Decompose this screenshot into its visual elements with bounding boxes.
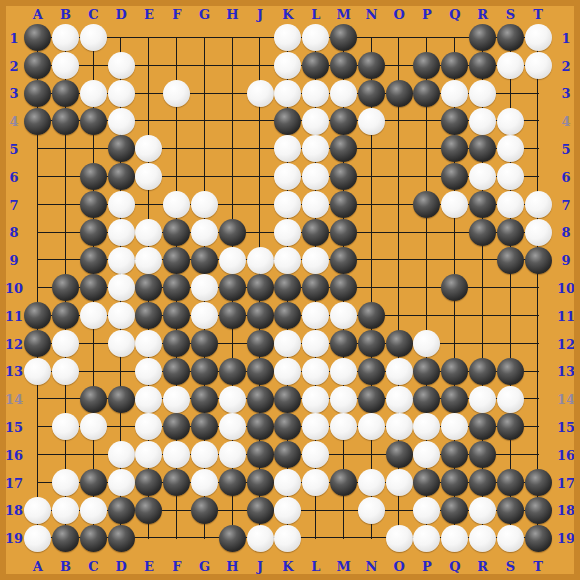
- board-intersection[interactable]: [302, 163, 330, 191]
- board-intersection[interactable]: [52, 524, 80, 552]
- board-intersection[interactable]: [385, 496, 413, 524]
- board-intersection[interactable]: [441, 302, 469, 330]
- board-intersection[interactable]: [191, 302, 219, 330]
- board-intersection[interactable]: [52, 413, 80, 441]
- board-intersection[interactable]: [52, 469, 80, 497]
- board-intersection[interactable]: [274, 274, 302, 302]
- board-intersection[interactable]: [218, 357, 246, 385]
- board-intersection[interactable]: [496, 107, 524, 135]
- board-intersection[interactable]: [274, 524, 302, 552]
- board-intersection[interactable]: [302, 274, 330, 302]
- board-intersection[interactable]: [79, 357, 107, 385]
- board-intersection[interactable]: [135, 218, 163, 246]
- board-intersection[interactable]: [191, 135, 219, 163]
- board-intersection[interactable]: [218, 385, 246, 413]
- board-intersection[interactable]: [24, 52, 52, 80]
- board-intersection[interactable]: [385, 52, 413, 80]
- board-intersection[interactable]: [469, 302, 497, 330]
- board-intersection[interactable]: [24, 413, 52, 441]
- board-intersection[interactable]: [441, 191, 469, 219]
- board-intersection[interactable]: [163, 524, 191, 552]
- board-intersection[interactable]: [385, 385, 413, 413]
- board-intersection[interactable]: [330, 107, 358, 135]
- board-intersection[interactable]: [52, 357, 80, 385]
- board-intersection[interactable]: [107, 330, 135, 358]
- board-intersection[interactable]: [191, 79, 219, 107]
- board-intersection[interactable]: [246, 441, 274, 469]
- board-intersection[interactable]: [413, 218, 441, 246]
- board-intersection[interactable]: [135, 385, 163, 413]
- board-intersection[interactable]: [163, 302, 191, 330]
- board-intersection[interactable]: [52, 302, 80, 330]
- board-intersection[interactable]: [246, 107, 274, 135]
- board-intersection[interactable]: [385, 107, 413, 135]
- board-intersection[interactable]: [385, 524, 413, 552]
- board-intersection[interactable]: [441, 218, 469, 246]
- board-intersection[interactable]: [469, 79, 497, 107]
- board-intersection[interactable]: [191, 218, 219, 246]
- board-intersection[interactable]: [79, 24, 107, 52]
- board-intersection[interactable]: [163, 413, 191, 441]
- board-intersection[interactable]: [496, 441, 524, 469]
- board-intersection[interactable]: [524, 413, 552, 441]
- board-intersection[interactable]: [357, 330, 385, 358]
- board-intersection[interactable]: [524, 246, 552, 274]
- board-intersection[interactable]: [191, 385, 219, 413]
- board-intersection[interactable]: [441, 357, 469, 385]
- board-intersection[interactable]: [246, 524, 274, 552]
- board-intersection[interactable]: [524, 274, 552, 302]
- board-intersection[interactable]: [218, 52, 246, 80]
- board-intersection[interactable]: [107, 52, 135, 80]
- board-intersection[interactable]: [413, 274, 441, 302]
- board-intersection[interactable]: [52, 218, 80, 246]
- board-intersection[interactable]: [107, 191, 135, 219]
- board-intersection[interactable]: [24, 135, 52, 163]
- board-intersection[interactable]: [135, 413, 163, 441]
- board-intersection[interactable]: [469, 441, 497, 469]
- board-intersection[interactable]: [52, 246, 80, 274]
- board-intersection[interactable]: [274, 79, 302, 107]
- board-intersection[interactable]: [52, 496, 80, 524]
- board-intersection[interactable]: [218, 191, 246, 219]
- board-intersection[interactable]: [302, 385, 330, 413]
- board-intersection[interactable]: [135, 357, 163, 385]
- board-intersection[interactable]: [246, 357, 274, 385]
- board-intersection[interactable]: [441, 24, 469, 52]
- board-intersection[interactable]: [302, 469, 330, 497]
- board-intersection[interactable]: [441, 496, 469, 524]
- board-intersection[interactable]: [246, 163, 274, 191]
- board-intersection[interactable]: [357, 79, 385, 107]
- board-intersection[interactable]: [413, 357, 441, 385]
- board-intersection[interactable]: [52, 330, 80, 358]
- board-intersection[interactable]: [246, 24, 274, 52]
- board-intersection[interactable]: [135, 52, 163, 80]
- board-intersection[interactable]: [24, 107, 52, 135]
- board-intersection[interactable]: [218, 469, 246, 497]
- board-intersection[interactable]: [413, 413, 441, 441]
- board-intersection[interactable]: [413, 163, 441, 191]
- board-intersection[interactable]: [79, 385, 107, 413]
- board-intersection[interactable]: [107, 163, 135, 191]
- board-intersection[interactable]: [413, 496, 441, 524]
- board-intersection[interactable]: [441, 330, 469, 358]
- board-intersection[interactable]: [274, 163, 302, 191]
- board-intersection[interactable]: [79, 441, 107, 469]
- board-intersection[interactable]: [135, 107, 163, 135]
- board-intersection[interactable]: [218, 24, 246, 52]
- board-intersection[interactable]: [385, 357, 413, 385]
- board-intersection[interactable]: [496, 24, 524, 52]
- board-intersection[interactable]: [135, 246, 163, 274]
- board-intersection[interactable]: [524, 469, 552, 497]
- board-intersection[interactable]: [79, 52, 107, 80]
- board-intersection[interactable]: [218, 524, 246, 552]
- board-intersection[interactable]: [302, 246, 330, 274]
- board-intersection[interactable]: [441, 469, 469, 497]
- board-intersection[interactable]: [274, 135, 302, 163]
- board-intersection[interactable]: [191, 246, 219, 274]
- board-intersection[interactable]: [107, 274, 135, 302]
- board-intersection[interactable]: [330, 274, 358, 302]
- board-intersection[interactable]: [135, 135, 163, 163]
- board-intersection[interactable]: [191, 496, 219, 524]
- board-intersection[interactable]: [385, 274, 413, 302]
- board-intersection[interactable]: [302, 524, 330, 552]
- board-intersection[interactable]: [274, 191, 302, 219]
- board-intersection[interactable]: [496, 163, 524, 191]
- board-intersection[interactable]: [385, 302, 413, 330]
- board-intersection[interactable]: [274, 52, 302, 80]
- board-intersection[interactable]: [496, 191, 524, 219]
- board-intersection[interactable]: [107, 246, 135, 274]
- board-intersection[interactable]: [246, 191, 274, 219]
- board-intersection[interactable]: [441, 441, 469, 469]
- board-intersection[interactable]: [79, 135, 107, 163]
- board-intersection[interactable]: [469, 24, 497, 52]
- board-intersection[interactable]: [218, 218, 246, 246]
- board-intersection[interactable]: [218, 246, 246, 274]
- board-intersection[interactable]: [79, 413, 107, 441]
- board-intersection[interactable]: [302, 135, 330, 163]
- board-intersection[interactable]: [524, 79, 552, 107]
- board-intersection[interactable]: [135, 302, 163, 330]
- board-intersection[interactable]: [357, 246, 385, 274]
- board-intersection[interactable]: [274, 330, 302, 358]
- board-intersection[interactable]: [441, 385, 469, 413]
- board-intersection[interactable]: [330, 218, 358, 246]
- board-intersection[interactable]: [163, 52, 191, 80]
- board-intersection[interactable]: [357, 469, 385, 497]
- board-intersection[interactable]: [496, 246, 524, 274]
- board-intersection[interactable]: [385, 191, 413, 219]
- board-intersection[interactable]: [24, 24, 52, 52]
- board-intersection[interactable]: [24, 385, 52, 413]
- board-intersection[interactable]: [385, 413, 413, 441]
- board-intersection[interactable]: [107, 496, 135, 524]
- board-intersection[interactable]: [357, 274, 385, 302]
- board-intersection[interactable]: [302, 191, 330, 219]
- board-intersection[interactable]: [385, 24, 413, 52]
- board-intersection[interactable]: [52, 135, 80, 163]
- board-intersection[interactable]: [191, 191, 219, 219]
- board-intersection[interactable]: [24, 496, 52, 524]
- board-intersection[interactable]: [163, 330, 191, 358]
- board-intersection[interactable]: [274, 441, 302, 469]
- board-intersection[interactable]: [24, 163, 52, 191]
- board-intersection[interactable]: [524, 496, 552, 524]
- board-intersection[interactable]: [441, 52, 469, 80]
- board-intersection[interactable]: [52, 79, 80, 107]
- board-intersection[interactable]: [413, 469, 441, 497]
- board-intersection[interactable]: [107, 524, 135, 552]
- board-intersection[interactable]: [79, 191, 107, 219]
- board-intersection[interactable]: [330, 246, 358, 274]
- board-intersection[interactable]: [274, 469, 302, 497]
- board-intersection[interactable]: [246, 246, 274, 274]
- board-intersection[interactable]: [330, 163, 358, 191]
- board-intersection[interactable]: [191, 330, 219, 358]
- board-intersection[interactable]: [302, 330, 330, 358]
- board-intersection[interactable]: [79, 218, 107, 246]
- board-intersection[interactable]: [52, 24, 80, 52]
- board-intersection[interactable]: [191, 469, 219, 497]
- board-intersection[interactable]: [274, 218, 302, 246]
- board-intersection[interactable]: [357, 496, 385, 524]
- board-intersection[interactable]: [496, 135, 524, 163]
- board-intersection[interactable]: [413, 246, 441, 274]
- board-intersection[interactable]: [385, 135, 413, 163]
- board-intersection[interactable]: [218, 135, 246, 163]
- board-intersection[interactable]: [163, 107, 191, 135]
- board-intersection[interactable]: [469, 469, 497, 497]
- board-intersection[interactable]: [330, 191, 358, 219]
- board-intersection[interactable]: [163, 441, 191, 469]
- board-intersection[interactable]: [469, 524, 497, 552]
- board-intersection[interactable]: [441, 246, 469, 274]
- go-board[interactable]: [24, 24, 552, 552]
- board-intersection[interactable]: [274, 246, 302, 274]
- board-intersection[interactable]: [52, 441, 80, 469]
- board-intersection[interactable]: [413, 385, 441, 413]
- board-intersection[interactable]: [302, 52, 330, 80]
- board-intersection[interactable]: [357, 218, 385, 246]
- board-intersection[interactable]: [218, 302, 246, 330]
- board-intersection[interactable]: [469, 330, 497, 358]
- board-intersection[interactable]: [135, 469, 163, 497]
- board-intersection[interactable]: [413, 107, 441, 135]
- board-intersection[interactable]: [52, 163, 80, 191]
- board-intersection[interactable]: [357, 191, 385, 219]
- board-intersection[interactable]: [357, 302, 385, 330]
- board-intersection[interactable]: [135, 24, 163, 52]
- board-intersection[interactable]: [357, 135, 385, 163]
- board-intersection[interactable]: [246, 274, 274, 302]
- board-intersection[interactable]: [496, 357, 524, 385]
- board-intersection[interactable]: [218, 107, 246, 135]
- board-intersection[interactable]: [163, 163, 191, 191]
- board-intersection[interactable]: [524, 524, 552, 552]
- board-intersection[interactable]: [330, 52, 358, 80]
- board-intersection[interactable]: [274, 302, 302, 330]
- board-intersection[interactable]: [330, 441, 358, 469]
- board-intersection[interactable]: [496, 385, 524, 413]
- board-intersection[interactable]: [79, 302, 107, 330]
- board-intersection[interactable]: [469, 52, 497, 80]
- board-intersection[interactable]: [246, 79, 274, 107]
- board-intersection[interactable]: [218, 413, 246, 441]
- board-intersection[interactable]: [163, 246, 191, 274]
- board-intersection[interactable]: [302, 24, 330, 52]
- board-intersection[interactable]: [385, 441, 413, 469]
- board-intersection[interactable]: [218, 274, 246, 302]
- board-intersection[interactable]: [441, 524, 469, 552]
- board-intersection[interactable]: [357, 524, 385, 552]
- board-intersection[interactable]: [524, 24, 552, 52]
- board-intersection[interactable]: [330, 496, 358, 524]
- board-intersection[interactable]: [135, 163, 163, 191]
- board-intersection[interactable]: [385, 246, 413, 274]
- board-intersection[interactable]: [246, 52, 274, 80]
- board-intersection[interactable]: [246, 413, 274, 441]
- board-intersection[interactable]: [274, 107, 302, 135]
- board-intersection[interactable]: [24, 302, 52, 330]
- board-intersection[interactable]: [191, 524, 219, 552]
- board-intersection[interactable]: [469, 191, 497, 219]
- board-intersection[interactable]: [524, 191, 552, 219]
- board-intersection[interactable]: [191, 413, 219, 441]
- board-intersection[interactable]: [302, 302, 330, 330]
- board-intersection[interactable]: [274, 357, 302, 385]
- board-intersection[interactable]: [302, 441, 330, 469]
- board-intersection[interactable]: [107, 441, 135, 469]
- board-intersection[interactable]: [413, 24, 441, 52]
- board-intersection[interactable]: [357, 385, 385, 413]
- board-intersection[interactable]: [107, 79, 135, 107]
- board-intersection[interactable]: [163, 385, 191, 413]
- board-intersection[interactable]: [330, 469, 358, 497]
- board-intersection[interactable]: [441, 163, 469, 191]
- board-intersection[interactable]: [79, 274, 107, 302]
- board-intersection[interactable]: [107, 107, 135, 135]
- board-intersection[interactable]: [413, 52, 441, 80]
- board-intersection[interactable]: [330, 79, 358, 107]
- board-intersection[interactable]: [246, 385, 274, 413]
- board-intersection[interactable]: [218, 496, 246, 524]
- board-intersection[interactable]: [79, 524, 107, 552]
- board-intersection[interactable]: [107, 24, 135, 52]
- board-intersection[interactable]: [135, 441, 163, 469]
- board-intersection[interactable]: [52, 107, 80, 135]
- board-intersection[interactable]: [163, 274, 191, 302]
- board-intersection[interactable]: [469, 163, 497, 191]
- board-intersection[interactable]: [413, 79, 441, 107]
- board-intersection[interactable]: [79, 469, 107, 497]
- board-intersection[interactable]: [524, 52, 552, 80]
- board-intersection[interactable]: [24, 441, 52, 469]
- board-intersection[interactable]: [163, 496, 191, 524]
- board-intersection[interactable]: [469, 413, 497, 441]
- board-intersection[interactable]: [357, 357, 385, 385]
- board-intersection[interactable]: [496, 218, 524, 246]
- board-intersection[interactable]: [274, 496, 302, 524]
- board-intersection[interactable]: [79, 496, 107, 524]
- board-intersection[interactable]: [469, 274, 497, 302]
- board-intersection[interactable]: [357, 163, 385, 191]
- board-intersection[interactable]: [246, 496, 274, 524]
- board-intersection[interactable]: [330, 385, 358, 413]
- board-intersection[interactable]: [302, 107, 330, 135]
- board-intersection[interactable]: [52, 191, 80, 219]
- board-intersection[interactable]: [24, 469, 52, 497]
- board-intersection[interactable]: [246, 218, 274, 246]
- board-intersection[interactable]: [524, 218, 552, 246]
- board-intersection[interactable]: [24, 246, 52, 274]
- board-intersection[interactable]: [52, 385, 80, 413]
- board-intersection[interactable]: [413, 441, 441, 469]
- board-intersection[interactable]: [135, 330, 163, 358]
- board-intersection[interactable]: [496, 469, 524, 497]
- board-intersection[interactable]: [524, 441, 552, 469]
- board-intersection[interactable]: [107, 302, 135, 330]
- board-intersection[interactable]: [107, 469, 135, 497]
- board-intersection[interactable]: [357, 441, 385, 469]
- board-intersection[interactable]: [107, 385, 135, 413]
- board-intersection[interactable]: [218, 163, 246, 191]
- board-intersection[interactable]: [163, 357, 191, 385]
- board-intersection[interactable]: [385, 469, 413, 497]
- board-intersection[interactable]: [163, 135, 191, 163]
- board-intersection[interactable]: [246, 302, 274, 330]
- board-intersection[interactable]: [441, 79, 469, 107]
- board-intersection[interactable]: [385, 79, 413, 107]
- board-intersection[interactable]: [496, 524, 524, 552]
- board-intersection[interactable]: [524, 330, 552, 358]
- board-intersection[interactable]: [357, 107, 385, 135]
- board-intersection[interactable]: [524, 385, 552, 413]
- board-intersection[interactable]: [330, 413, 358, 441]
- board-intersection[interactable]: [79, 163, 107, 191]
- board-intersection[interactable]: [469, 385, 497, 413]
- board-intersection[interactable]: [302, 357, 330, 385]
- board-intersection[interactable]: [469, 107, 497, 135]
- board-intersection[interactable]: [163, 24, 191, 52]
- board-intersection[interactable]: [135, 191, 163, 219]
- board-intersection[interactable]: [302, 413, 330, 441]
- board-intersection[interactable]: [413, 191, 441, 219]
- board-intersection[interactable]: [107, 218, 135, 246]
- board-intersection[interactable]: [469, 246, 497, 274]
- board-intersection[interactable]: [469, 357, 497, 385]
- board-intersection[interactable]: [246, 135, 274, 163]
- board-intersection[interactable]: [274, 385, 302, 413]
- board-intersection[interactable]: [107, 357, 135, 385]
- board-intersection[interactable]: [246, 330, 274, 358]
- board-intersection[interactable]: [52, 52, 80, 80]
- board-intersection[interactable]: [24, 79, 52, 107]
- board-intersection[interactable]: [302, 79, 330, 107]
- board-intersection[interactable]: [24, 191, 52, 219]
- board-intersection[interactable]: [524, 163, 552, 191]
- board-intersection[interactable]: [24, 524, 52, 552]
- board-intersection[interactable]: [107, 413, 135, 441]
- board-intersection[interactable]: [330, 524, 358, 552]
- board-intersection[interactable]: [413, 302, 441, 330]
- board-intersection[interactable]: [330, 302, 358, 330]
- board-intersection[interactable]: [135, 496, 163, 524]
- board-intersection[interactable]: [218, 79, 246, 107]
